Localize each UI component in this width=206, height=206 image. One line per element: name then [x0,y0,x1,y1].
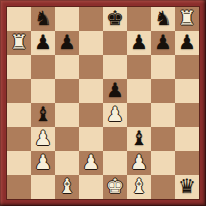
square-g4[interactable] [151,103,175,127]
square-a4[interactable] [7,103,31,127]
square-f3[interactable]: ♝ [127,127,151,151]
square-d1[interactable] [79,175,103,199]
square-g5[interactable] [151,79,175,103]
square-b4[interactable]: ♝ [31,103,55,127]
piece-white-rook-a7[interactable]: ♜ [10,32,28,52]
square-d6[interactable] [79,55,103,79]
piece-white-pawn-b3[interactable]: ♟ [34,128,52,148]
square-h1[interactable]: ♛ [175,175,199,199]
square-a7[interactable]: ♜ [7,31,31,55]
piece-black-pawn-g7[interactable]: ♟ [154,32,172,52]
square-e6[interactable] [103,55,127,79]
square-f7[interactable]: ♟ [127,31,151,55]
piece-white-rook-h8[interactable]: ♜ [178,8,196,28]
square-c2[interactable] [55,151,79,175]
square-f6[interactable] [127,55,151,79]
piece-black-knight-b8[interactable]: ♞ [34,8,52,28]
square-f1[interactable]: ♝ [127,175,151,199]
piece-black-bishop-b4[interactable]: ♝ [34,104,52,124]
piece-black-knight-g8[interactable]: ♞ [154,8,172,28]
square-g2[interactable] [151,151,175,175]
square-h2[interactable] [175,151,199,175]
square-d7[interactable] [79,31,103,55]
square-h8[interactable]: ♜ [175,7,199,31]
square-f4[interactable] [127,103,151,127]
piece-white-bishop-f1[interactable]: ♝ [130,176,148,196]
square-h4[interactable] [175,103,199,127]
square-e2[interactable] [103,151,127,175]
square-e8[interactable]: ♚ [103,7,127,31]
square-h6[interactable] [175,55,199,79]
piece-white-pawn-f2[interactable]: ♟ [130,152,148,172]
square-g1[interactable] [151,175,175,199]
square-a8[interactable] [7,7,31,31]
square-f2[interactable]: ♟ [127,151,151,175]
square-e3[interactable] [103,127,127,151]
square-a1[interactable] [7,175,31,199]
square-b2[interactable]: ♟ [31,151,55,175]
piece-black-pawn-h7[interactable]: ♟ [178,32,196,52]
square-g7[interactable]: ♟ [151,31,175,55]
square-b5[interactable] [31,79,55,103]
square-d5[interactable] [79,79,103,103]
square-c4[interactable] [55,103,79,127]
piece-black-pawn-b7[interactable]: ♟ [34,32,52,52]
square-h7[interactable]: ♟ [175,31,199,55]
square-d3[interactable] [79,127,103,151]
piece-white-bishop-c1[interactable]: ♝ [58,176,76,196]
square-d8[interactable] [79,7,103,31]
square-h5[interactable] [175,79,199,103]
square-g3[interactable] [151,127,175,151]
square-c6[interactable] [55,55,79,79]
square-d2[interactable]: ♟ [79,151,103,175]
square-e4[interactable]: ♟ [103,103,127,127]
square-g8[interactable]: ♞ [151,7,175,31]
square-b8[interactable]: ♞ [31,7,55,31]
square-e1[interactable]: ♚ [103,175,127,199]
piece-black-pawn-f7[interactable]: ♟ [130,32,148,52]
square-f5[interactable] [127,79,151,103]
piece-white-king-e1[interactable]: ♚ [106,176,124,196]
square-e5[interactable]: ♟ [103,79,127,103]
square-c7[interactable]: ♟ [55,31,79,55]
square-d4[interactable] [79,103,103,127]
square-b7[interactable]: ♟ [31,31,55,55]
piece-black-queen-h1[interactable]: ♛ [178,176,196,196]
piece-black-pawn-c7[interactable]: ♟ [58,32,76,52]
square-f8[interactable] [127,7,151,31]
square-h3[interactable] [175,127,199,151]
square-a6[interactable] [7,55,31,79]
chess-board: ♞♚♞♜♜♟♟♟♟♟♟♝♟♟♝♟♟♟♝♚♝♛ [7,7,199,199]
piece-black-pawn-e5[interactable]: ♟ [106,80,124,100]
square-g6[interactable] [151,55,175,79]
square-c8[interactable] [55,7,79,31]
piece-black-bishop-f3[interactable]: ♝ [130,128,148,148]
square-a3[interactable] [7,127,31,151]
square-c1[interactable]: ♝ [55,175,79,199]
square-b1[interactable] [31,175,55,199]
board-frame: ♞♚♞♜♜♟♟♟♟♟♟♝♟♟♝♟♟♟♝♚♝♛ [0,0,206,206]
square-a5[interactable] [7,79,31,103]
square-a2[interactable] [7,151,31,175]
piece-black-king-e8[interactable]: ♚ [106,8,124,28]
piece-white-pawn-b2[interactable]: ♟ [34,152,52,172]
square-e7[interactable] [103,31,127,55]
square-b3[interactable]: ♟ [31,127,55,151]
piece-white-pawn-d2[interactable]: ♟ [82,152,100,172]
piece-white-pawn-e4[interactable]: ♟ [106,104,124,124]
square-b6[interactable] [31,55,55,79]
square-c3[interactable] [55,127,79,151]
square-c5[interactable] [55,79,79,103]
